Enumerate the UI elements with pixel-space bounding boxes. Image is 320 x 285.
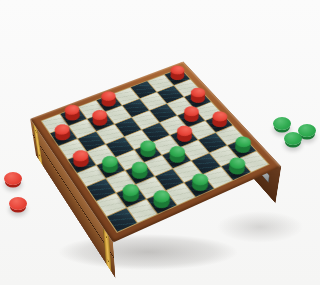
off-board-piece-green[interactable] bbox=[284, 132, 302, 145]
checkers-box bbox=[30, 61, 281, 242]
gold-strap bbox=[154, 219, 165, 260]
metal-emblem-plate-front bbox=[120, 253, 136, 268]
product-photo bbox=[0, 0, 320, 285]
brass-clasp-icon[interactable] bbox=[192, 209, 207, 233]
green-checker-piece[interactable] bbox=[163, 148, 191, 168]
square-r3-c7[interactable] bbox=[68, 152, 95, 172]
scene bbox=[0, 0, 320, 285]
square-r5-c3[interactable] bbox=[163, 148, 191, 168]
off-board-piece-red[interactable] bbox=[4, 172, 22, 185]
off-board-piece-green[interactable] bbox=[273, 117, 291, 130]
square-r3-c5[interactable] bbox=[106, 137, 133, 157]
red-checker-piece[interactable] bbox=[68, 152, 95, 172]
board-lid-top bbox=[30, 61, 281, 242]
off-board-piece-red[interactable] bbox=[9, 197, 27, 210]
